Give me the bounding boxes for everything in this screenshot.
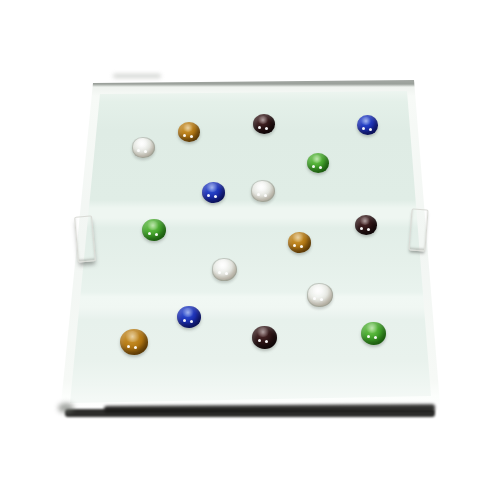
stone-clear-12[interactable] [307, 283, 333, 307]
stone-amber-10[interactable] [288, 232, 311, 253]
stone-black-9[interactable] [355, 215, 377, 235]
stone-clear-11[interactable] [212, 258, 237, 281]
stone-clear-7[interactable] [251, 180, 275, 202]
stone-amber-2[interactable] [178, 122, 200, 142]
stone-green-15[interactable] [361, 322, 386, 345]
product-photo-stage [0, 0, 500, 500]
stone-green-5[interactable] [307, 153, 329, 173]
stone-blue-4[interactable] [357, 115, 378, 135]
stone-black-3[interactable] [253, 114, 275, 134]
stones-layer [0, 0, 500, 500]
stone-blue-6[interactable] [202, 182, 225, 203]
stone-blue-13[interactable] [177, 306, 201, 328]
stone-green-8[interactable] [142, 219, 166, 241]
stone-black-14[interactable] [252, 326, 277, 349]
stone-clear-1[interactable] [132, 137, 155, 158]
stone-amber-16[interactable] [120, 329, 148, 355]
